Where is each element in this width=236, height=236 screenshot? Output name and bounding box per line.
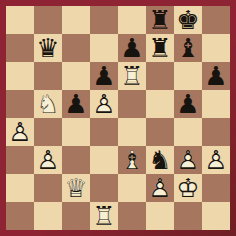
- white-pawn-piece[interactable]: ♟♙: [6, 118, 34, 146]
- black-pawn-piece[interactable]: ♟: [118, 34, 146, 62]
- square-g8[interactable]: ♚: [174, 6, 202, 34]
- square-h6[interactable]: ♟: [202, 62, 230, 90]
- square-f5[interactable]: [146, 90, 174, 118]
- square-c4[interactable]: [62, 118, 90, 146]
- black-knight-piece[interactable]: ♞: [146, 146, 174, 174]
- white-rook-piece[interactable]: ♜♖: [90, 202, 118, 230]
- black-rook-piece[interactable]: ♜: [146, 6, 174, 34]
- square-g7[interactable]: ♝: [174, 34, 202, 62]
- white-king-piece[interactable]: ♚♔: [174, 174, 202, 202]
- square-h7[interactable]: [202, 34, 230, 62]
- chess-board: ♜♚♛♟♜♝♟♜♖♟♞♘♟♟♙♟♟♙♟♙♝♗♞♟♙♟♙♛♕♟♙♚♔♜♖: [6, 6, 230, 230]
- square-d5[interactable]: ♟♙: [90, 90, 118, 118]
- square-g2[interactable]: ♚♔: [174, 174, 202, 202]
- black-pawn-piece[interactable]: ♟: [90, 62, 118, 90]
- board-frame: ♜♚♛♟♜♝♟♜♖♟♞♘♟♟♙♟♟♙♟♙♝♗♞♟♙♟♙♛♕♟♙♚♔♜♖: [0, 0, 236, 236]
- square-h4[interactable]: [202, 118, 230, 146]
- white-bishop-piece[interactable]: ♝♗: [118, 146, 146, 174]
- square-f8[interactable]: ♜: [146, 6, 174, 34]
- square-b7[interactable]: ♛: [34, 34, 62, 62]
- square-f6[interactable]: [146, 62, 174, 90]
- square-c3[interactable]: [62, 146, 90, 174]
- white-rook-piece[interactable]: ♜♖: [118, 62, 146, 90]
- square-a5[interactable]: [6, 90, 34, 118]
- square-d6[interactable]: ♟: [90, 62, 118, 90]
- square-e6[interactable]: ♜♖: [118, 62, 146, 90]
- square-d8[interactable]: [90, 6, 118, 34]
- square-h3[interactable]: ♟♙: [202, 146, 230, 174]
- square-f7[interactable]: ♜: [146, 34, 174, 62]
- square-c5[interactable]: ♟: [62, 90, 90, 118]
- black-bishop-piece[interactable]: ♝: [174, 34, 202, 62]
- square-d4[interactable]: [90, 118, 118, 146]
- square-a1[interactable]: [6, 202, 34, 230]
- square-a3[interactable]: [6, 146, 34, 174]
- square-f4[interactable]: [146, 118, 174, 146]
- square-g5[interactable]: ♟: [174, 90, 202, 118]
- square-h8[interactable]: [202, 6, 230, 34]
- square-d7[interactable]: [90, 34, 118, 62]
- square-e4[interactable]: [118, 118, 146, 146]
- square-b8[interactable]: [34, 6, 62, 34]
- square-a4[interactable]: ♟♙: [6, 118, 34, 146]
- square-a7[interactable]: [6, 34, 34, 62]
- square-b4[interactable]: [34, 118, 62, 146]
- square-g6[interactable]: [174, 62, 202, 90]
- square-b2[interactable]: [34, 174, 62, 202]
- square-c7[interactable]: [62, 34, 90, 62]
- square-d3[interactable]: [90, 146, 118, 174]
- square-c8[interactable]: [62, 6, 90, 34]
- square-a6[interactable]: [6, 62, 34, 90]
- white-knight-piece[interactable]: ♞♘: [34, 90, 62, 118]
- square-h2[interactable]: [202, 174, 230, 202]
- square-e3[interactable]: ♝♗: [118, 146, 146, 174]
- square-b5[interactable]: ♞♘: [34, 90, 62, 118]
- square-d1[interactable]: ♜♖: [90, 202, 118, 230]
- white-pawn-piece[interactable]: ♟♙: [146, 174, 174, 202]
- black-pawn-piece[interactable]: ♟: [174, 90, 202, 118]
- square-a8[interactable]: [6, 6, 34, 34]
- white-pawn-piece[interactable]: ♟♙: [90, 90, 118, 118]
- white-pawn-piece[interactable]: ♟♙: [202, 146, 230, 174]
- square-g4[interactable]: [174, 118, 202, 146]
- square-g1[interactable]: [174, 202, 202, 230]
- square-c2[interactable]: ♛♕: [62, 174, 90, 202]
- square-f3[interactable]: ♞: [146, 146, 174, 174]
- black-rook-piece[interactable]: ♜: [146, 34, 174, 62]
- square-f1[interactable]: [146, 202, 174, 230]
- square-c1[interactable]: [62, 202, 90, 230]
- square-h1[interactable]: [202, 202, 230, 230]
- black-pawn-piece[interactable]: ♟: [62, 90, 90, 118]
- black-pawn-piece[interactable]: ♟: [202, 62, 230, 90]
- square-e8[interactable]: [118, 6, 146, 34]
- black-king-piece[interactable]: ♚: [174, 6, 202, 34]
- square-e7[interactable]: ♟: [118, 34, 146, 62]
- square-g3[interactable]: ♟♙: [174, 146, 202, 174]
- white-pawn-piece[interactable]: ♟♙: [34, 146, 62, 174]
- square-a2[interactable]: [6, 174, 34, 202]
- square-d2[interactable]: [90, 174, 118, 202]
- square-e1[interactable]: [118, 202, 146, 230]
- white-queen-piece[interactable]: ♛♕: [62, 174, 90, 202]
- black-queen-piece[interactable]: ♛: [34, 34, 62, 62]
- square-b6[interactable]: [34, 62, 62, 90]
- white-pawn-piece[interactable]: ♟♙: [174, 146, 202, 174]
- square-f2[interactable]: ♟♙: [146, 174, 174, 202]
- square-b1[interactable]: [34, 202, 62, 230]
- square-b3[interactable]: ♟♙: [34, 146, 62, 174]
- square-c6[interactable]: [62, 62, 90, 90]
- square-e5[interactable]: [118, 90, 146, 118]
- square-h5[interactable]: [202, 90, 230, 118]
- square-e2[interactable]: [118, 174, 146, 202]
